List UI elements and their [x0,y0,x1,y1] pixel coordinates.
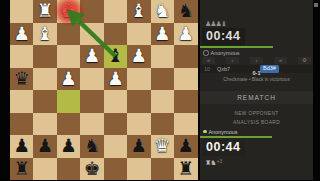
square-h2[interactable]: ♟ [10,23,33,46]
square-a2[interactable]: ♟ [174,23,197,46]
white-player-row[interactable]: Anonymous [203,50,240,56]
square-b5[interactable] [151,90,174,113]
result-status: Checkmate • Black is victorious [200,77,313,82]
square-g4[interactable] [33,68,56,91]
black-pawn[interactable]: ♟ [33,135,56,158]
white-time-bar [200,46,273,48]
square-b7[interactable]: ♛ [151,135,174,158]
square-a8[interactable]: ♜ [174,158,197,181]
square-d3[interactable]: ♝ [104,45,127,68]
square-g1[interactable]: ♜ [33,0,56,23]
black-pawn[interactable]: ♟ [174,135,197,158]
square-e4[interactable] [80,68,103,91]
white-pawn[interactable]: ♟ [80,45,103,68]
square-c7[interactable]: ♟ [127,135,150,158]
white-pawn[interactable]: ♟ [10,23,33,46]
square-c3[interactable]: ♟ [127,45,150,68]
new-opponent-button[interactable]: NEW OPPONENT [200,111,313,116]
square-f4[interactable]: ♟ [57,68,80,91]
online-dot-icon [203,130,207,134]
black-player-row[interactable]: Anonymous [203,129,238,135]
black-time-bar [200,136,272,138]
square-f7[interactable]: ♟ [57,135,80,158]
square-e7[interactable]: ♞ [80,135,103,158]
black-king[interactable]: ♚ [80,158,103,181]
square-c6[interactable] [127,113,150,136]
square-b6[interactable] [151,113,174,136]
white-pawn[interactable]: ♟ [127,45,150,68]
first-move-button[interactable]: « [202,57,215,64]
square-d5[interactable] [104,90,127,113]
square-h7[interactable]: ♟ [10,135,33,158]
black-player-name: Anonymous [209,129,238,135]
square-c1[interactable]: ♝ [127,0,150,23]
black-bishop[interactable]: ♝ [104,45,127,68]
black-pawn[interactable]: ♟ [57,135,80,158]
square-d2[interactable] [104,23,127,46]
rematch-button[interactable]: REMATCH [200,91,313,104]
black-rook[interactable]: ♜ [10,158,33,181]
square-f2[interactable] [57,23,80,46]
material-advantage: +3 [217,158,223,164]
square-g8[interactable] [33,158,56,181]
square-f8[interactable] [57,158,80,181]
square-h5[interactable] [10,90,33,113]
square-g7[interactable]: ♟ [33,135,56,158]
square-h6[interactable] [10,113,33,136]
square-g6[interactable] [33,113,56,136]
white-clock: 00:44 [202,28,245,45]
square-e8[interactable]: ♚ [80,158,103,181]
square-g5[interactable] [33,90,56,113]
prev-move-button[interactable]: ‹ [226,57,239,64]
white-pawn[interactable]: ♟ [151,23,174,46]
square-d7[interactable] [104,135,127,158]
white-bishop[interactable]: ♝ [33,23,56,46]
white-pawn[interactable]: ♟ [104,68,127,91]
left-letterbox [0,0,10,180]
square-a5[interactable] [174,90,197,113]
result-score: 0-1 [200,70,313,76]
square-c4[interactable] [127,68,150,91]
square-b4[interactable] [151,68,174,91]
square-f1[interactable]: ♚ [57,0,80,23]
white-pawn[interactable]: ♟ [174,23,197,46]
square-f5[interactable] [57,90,80,113]
white-pawn[interactable]: ♟ [57,68,80,91]
square-e6[interactable] [80,113,103,136]
square-c5[interactable] [127,90,150,113]
captured-pieces-by-black: ♜♞+3 [205,158,222,167]
black-knight[interactable]: ♞ [80,135,103,158]
next-move-button[interactable]: › [250,57,263,64]
square-b2[interactable]: ♟ [151,23,174,46]
square-c8[interactable] [127,158,150,181]
square-d1[interactable] [104,0,127,23]
lichess-game-screen: ♜♚♝♞♞♟♝♟♟♟♝♟♛♟♟♟♟♟♞♟♛♟♜♚♜ ♟♟♟♝ 00:44 Ano… [0,0,320,180]
white-king[interactable]: ♚ [57,0,80,23]
white-player-name: Anonymous [211,50,240,56]
black-pawn[interactable]: ♟ [10,135,33,158]
white-rook[interactable]: ♜ [33,0,56,23]
white-queen[interactable]: ♛ [151,135,174,158]
white-bishop[interactable]: ♝ [127,0,150,23]
analysis-button[interactable]: ⚙ [298,57,311,64]
black-clock: 00:44 [202,139,245,156]
menu-icon[interactable] [314,3,318,7]
square-h8[interactable]: ♜ [10,158,33,181]
square-a6[interactable] [174,113,197,136]
black-knight[interactable]: ♞ [174,0,197,23]
square-c2[interactable] [127,23,150,46]
square-e3[interactable]: ♟ [80,45,103,68]
square-a4[interactable] [174,68,197,91]
square-f3[interactable] [57,45,80,68]
black-rook[interactable]: ♜ [174,158,197,181]
game-sidebar: ♟♟♟♝ 00:44 Anonymous « ‹ › » ⚙ 10 Qxb7 B… [200,0,313,180]
square-b1[interactable]: ♞ [151,0,174,23]
square-d4[interactable]: ♟ [104,68,127,91]
square-e2[interactable] [80,23,103,46]
analysis-board-button[interactable]: ANALYSIS BOARD [200,120,313,125]
square-h3[interactable] [10,45,33,68]
right-letterbox [313,0,320,180]
square-g2[interactable]: ♝ [33,23,56,46]
user-icon [203,50,209,56]
square-e5[interactable] [80,90,103,113]
square-d6[interactable] [104,113,127,136]
last-move-button[interactable]: » [274,57,287,64]
black-pawn[interactable]: ♟ [127,135,150,158]
square-f6[interactable] [57,113,80,136]
square-h4[interactable]: ♛ [10,68,33,91]
white-knight[interactable]: ♞ [151,0,174,23]
square-h1[interactable] [10,0,33,23]
replay-controls: « ‹ › » ⚙ [202,57,311,64]
black-queen[interactable]: ♛ [10,68,33,91]
square-a1[interactable]: ♞ [174,0,197,23]
square-a3[interactable] [174,45,197,68]
square-d8[interactable] [104,158,127,181]
square-e1[interactable] [80,0,103,23]
square-b8[interactable] [151,158,174,181]
square-g3[interactable] [33,45,56,68]
square-b3[interactable] [151,45,174,68]
square-a7[interactable]: ♟ [174,135,197,158]
chess-board[interactable]: ♜♚♝♞♞♟♝♟♟♟♝♟♛♟♟♟♟♟♞♟♛♟♜♚♜ [10,0,198,180]
